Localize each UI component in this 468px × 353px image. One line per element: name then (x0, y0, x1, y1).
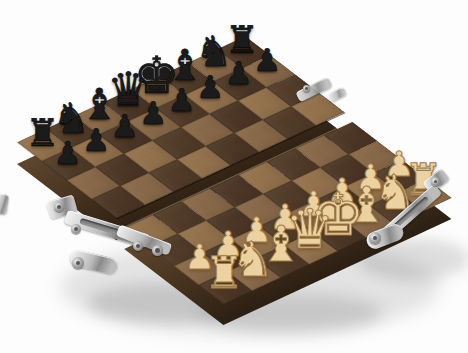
piece-black-pawn-f7[interactable]: ♟ (196, 72, 224, 103)
left-hinge-screw-icon (152, 245, 163, 256)
piece-black-pawn-c7[interactable]: ♟ (110, 112, 138, 143)
piece-black-pawn-b7[interactable]: ♟ (82, 125, 110, 156)
rear-hinge-screw-icon (303, 85, 310, 92)
piece-white-rook-a1[interactable]: ♜ (205, 251, 244, 295)
piece-black-pawn-h7[interactable]: ♟ (253, 45, 281, 76)
piece-black-pawn-d7[interactable]: ♟ (139, 98, 167, 129)
left-hinge-screw-icon (133, 241, 143, 251)
left-hinge-screw-icon (71, 224, 81, 234)
piece-black-pawn-e7[interactable]: ♟ (167, 85, 195, 116)
right-latch-screw-icon (431, 177, 440, 186)
chess-set-photo: ♜♞♝♛♚♝♞♜♟♟♟♟♟♟♟♟♟♟♟♟♟♟♟♟♜♞♝♛♚♝♞♜ (0, 0, 468, 353)
left-hinge-barrel-screw-icon (72, 257, 84, 269)
piece-black-pawn-a7[interactable]: ♟ (53, 138, 81, 169)
right-latch-barrel-screw-icon (369, 232, 381, 244)
left-hinge-screw-icon (54, 202, 64, 212)
pieces-layer: ♜♞♝♛♚♝♞♜♟♟♟♟♟♟♟♟♟♟♟♟♟♟♟♟♜♞♝♛♚♝♞♜ (0, 0, 468, 353)
piece-black-pawn-g7[interactable]: ♟ (224, 59, 252, 90)
